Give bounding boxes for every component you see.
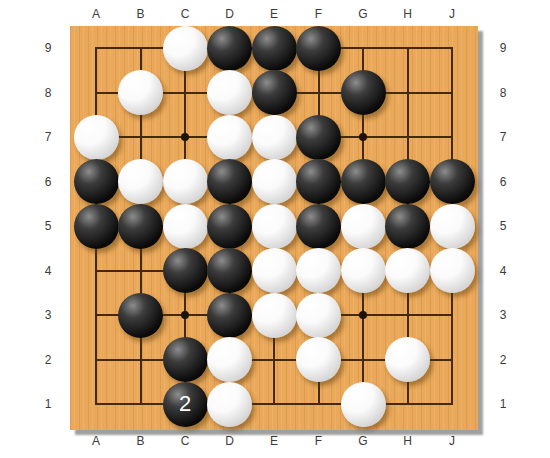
stone-white[interactable] bbox=[341, 204, 386, 249]
row-label-left: 9 bbox=[45, 41, 52, 55]
stone-white[interactable] bbox=[296, 337, 341, 382]
row-label-left: 4 bbox=[45, 264, 52, 278]
stone-black[interactable] bbox=[385, 159, 430, 204]
go-board[interactable]: 2 bbox=[70, 26, 478, 430]
stone-black[interactable] bbox=[118, 204, 163, 249]
column-label-bottom: A bbox=[92, 434, 100, 448]
stone-white[interactable] bbox=[385, 248, 430, 293]
row-label-right: 5 bbox=[500, 219, 507, 233]
row-label-left: 8 bbox=[45, 86, 52, 100]
column-label-top: H bbox=[403, 7, 412, 21]
stone-white[interactable] bbox=[207, 337, 252, 382]
row-label-right: 8 bbox=[500, 86, 507, 100]
stone-black[interactable] bbox=[296, 159, 341, 204]
stone-white[interactable] bbox=[207, 382, 252, 427]
stone-white[interactable] bbox=[430, 204, 475, 249]
star-point bbox=[359, 133, 367, 141]
row-label-right: 6 bbox=[500, 175, 507, 189]
stone-white[interactable] bbox=[252, 248, 297, 293]
stone-black[interactable] bbox=[341, 159, 386, 204]
column-label-top: A bbox=[92, 7, 100, 21]
stone-black[interactable] bbox=[163, 248, 208, 293]
column-label-top: J bbox=[449, 7, 455, 21]
stone-black[interactable] bbox=[74, 204, 119, 249]
row-label-right: 1 bbox=[500, 397, 507, 411]
stone-black[interactable] bbox=[207, 204, 252, 249]
stone-black[interactable] bbox=[252, 70, 297, 115]
row-label-right: 2 bbox=[500, 353, 507, 367]
stone-black[interactable] bbox=[341, 70, 386, 115]
stone-white[interactable] bbox=[341, 382, 386, 427]
stone-black[interactable] bbox=[207, 26, 252, 71]
row-label-left: 3 bbox=[45, 308, 52, 322]
row-label-right: 3 bbox=[500, 308, 507, 322]
row-label-left: 7 bbox=[45, 130, 52, 144]
stone-white[interactable] bbox=[385, 337, 430, 382]
stone-white[interactable] bbox=[252, 159, 297, 204]
column-label-top: E bbox=[270, 7, 278, 21]
column-label-bottom: J bbox=[449, 434, 455, 448]
stone-black[interactable] bbox=[207, 159, 252, 204]
column-label-bottom: D bbox=[225, 434, 234, 448]
row-label-left: 5 bbox=[45, 219, 52, 233]
stone-white[interactable] bbox=[74, 115, 119, 160]
stone-white[interactable] bbox=[252, 293, 297, 338]
stone-white[interactable] bbox=[163, 204, 208, 249]
column-label-top: D bbox=[225, 7, 234, 21]
row-label-left: 1 bbox=[45, 397, 52, 411]
stone-white[interactable] bbox=[163, 26, 208, 71]
row-label-right: 9 bbox=[500, 41, 507, 55]
stone-white[interactable] bbox=[207, 70, 252, 115]
column-label-top: C bbox=[181, 7, 190, 21]
column-label-bottom: E bbox=[270, 434, 278, 448]
row-label-left: 6 bbox=[45, 175, 52, 189]
row-label-left: 2 bbox=[45, 353, 52, 367]
star-point bbox=[181, 133, 189, 141]
stone-white[interactable] bbox=[118, 70, 163, 115]
column-label-bottom: G bbox=[358, 434, 367, 448]
stone-black[interactable] bbox=[385, 204, 430, 249]
stone-white[interactable] bbox=[252, 204, 297, 249]
stone-white[interactable] bbox=[341, 248, 386, 293]
star-point bbox=[181, 311, 189, 319]
row-label-right: 7 bbox=[500, 130, 507, 144]
go-diagram: 2 AABBCCDDEEFFGGHHJJ998877665544332211 bbox=[0, 0, 550, 458]
stone-black[interactable] bbox=[207, 293, 252, 338]
column-label-top: G bbox=[358, 7, 367, 21]
column-label-bottom: C bbox=[181, 434, 190, 448]
column-label-top: B bbox=[136, 7, 144, 21]
column-label-bottom: F bbox=[315, 434, 322, 448]
stone-black[interactable] bbox=[163, 337, 208, 382]
column-label-bottom: H bbox=[403, 434, 412, 448]
stone-black[interactable] bbox=[207, 248, 252, 293]
stone-black[interactable] bbox=[74, 159, 119, 204]
stone-white[interactable] bbox=[252, 115, 297, 160]
stone-white[interactable] bbox=[207, 115, 252, 160]
stone-white[interactable] bbox=[118, 159, 163, 204]
row-label-right: 4 bbox=[500, 264, 507, 278]
stone-black[interactable] bbox=[430, 159, 475, 204]
stone-white[interactable] bbox=[296, 293, 341, 338]
stone-black[interactable] bbox=[296, 115, 341, 160]
stone-black[interactable] bbox=[296, 204, 341, 249]
move-number-label: 2 bbox=[179, 393, 191, 415]
star-point bbox=[359, 311, 367, 319]
stone-black[interactable] bbox=[118, 293, 163, 338]
stone-black[interactable] bbox=[296, 26, 341, 71]
stone-white[interactable] bbox=[163, 159, 208, 204]
stone-white[interactable] bbox=[430, 248, 475, 293]
column-label-top: F bbox=[315, 7, 322, 21]
stone-black[interactable] bbox=[252, 26, 297, 71]
column-label-bottom: B bbox=[136, 434, 144, 448]
stone-white[interactable] bbox=[296, 248, 341, 293]
stone-black[interactable]: 2 bbox=[163, 382, 208, 427]
